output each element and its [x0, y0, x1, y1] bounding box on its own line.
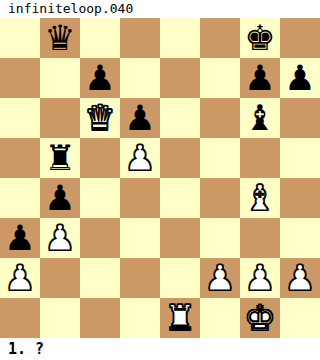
square-g8[interactable]: ♚	[240, 18, 280, 58]
piece-black-pawn-b4[interactable]: ♟	[44, 178, 75, 218]
square-c6[interactable]: ♛	[80, 98, 120, 138]
piece-white-pawn-a2[interactable]: ♟	[4, 258, 35, 298]
square-e7[interactable]	[160, 58, 200, 98]
piece-black-pawn-d6[interactable]: ♟	[124, 98, 155, 138]
square-d8[interactable]	[120, 18, 160, 58]
square-e1[interactable]: ♜	[160, 298, 200, 338]
square-d3[interactable]	[120, 218, 160, 258]
piece-black-queen-b8[interactable]: ♛	[44, 18, 75, 58]
square-c4[interactable]	[80, 178, 120, 218]
square-h5[interactable]	[280, 138, 320, 178]
square-a7[interactable]	[0, 58, 40, 98]
square-f2[interactable]: ♟	[200, 258, 240, 298]
piece-black-pawn-c7[interactable]: ♟	[84, 58, 115, 98]
square-e3[interactable]	[160, 218, 200, 258]
square-a2[interactable]: ♟	[0, 258, 40, 298]
piece-white-queen-c6[interactable]: ♛	[84, 98, 115, 138]
piece-black-pawn-h7[interactable]: ♟	[284, 58, 315, 98]
chess-board: ♛♚♟♟♟♛♟♝♜♟♟♝♟♟♟♟♟♟♜♚	[0, 18, 320, 338]
square-b5[interactable]: ♜	[40, 138, 80, 178]
square-h7[interactable]: ♟	[280, 58, 320, 98]
square-b2[interactable]	[40, 258, 80, 298]
square-d1[interactable]	[120, 298, 160, 338]
square-g3[interactable]	[240, 218, 280, 258]
piece-black-pawn-g7[interactable]: ♟	[244, 58, 275, 98]
square-h3[interactable]	[280, 218, 320, 258]
square-a1[interactable]	[0, 298, 40, 338]
square-g1[interactable]: ♚	[240, 298, 280, 338]
square-d4[interactable]	[120, 178, 160, 218]
square-g7[interactable]: ♟	[240, 58, 280, 98]
square-e8[interactable]	[160, 18, 200, 58]
square-a4[interactable]	[0, 178, 40, 218]
piece-black-rook-b5[interactable]: ♜	[44, 138, 75, 178]
piece-black-pawn-a3[interactable]: ♟	[4, 218, 35, 258]
square-c2[interactable]	[80, 258, 120, 298]
square-b1[interactable]	[40, 298, 80, 338]
square-c1[interactable]	[80, 298, 120, 338]
piece-white-pawn-g2[interactable]: ♟	[244, 258, 275, 298]
square-h4[interactable]	[280, 178, 320, 218]
square-c5[interactable]	[80, 138, 120, 178]
square-e6[interactable]	[160, 98, 200, 138]
square-a3[interactable]: ♟	[0, 218, 40, 258]
square-a8[interactable]	[0, 18, 40, 58]
square-b8[interactable]: ♛	[40, 18, 80, 58]
piece-white-rook-e1[interactable]: ♜	[164, 298, 195, 338]
square-c7[interactable]: ♟	[80, 58, 120, 98]
piece-white-pawn-d5[interactable]: ♟	[124, 138, 155, 178]
square-c8[interactable]	[80, 18, 120, 58]
piece-white-bishop-g4[interactable]: ♝	[244, 178, 275, 218]
piece-white-pawn-b3[interactable]: ♟	[44, 218, 75, 258]
square-e4[interactable]	[160, 178, 200, 218]
square-f7[interactable]	[200, 58, 240, 98]
square-b6[interactable]	[40, 98, 80, 138]
move-prompt: 1. ?	[0, 338, 320, 360]
square-d2[interactable]	[120, 258, 160, 298]
square-b4[interactable]: ♟	[40, 178, 80, 218]
square-b7[interactable]	[40, 58, 80, 98]
square-b3[interactable]: ♟	[40, 218, 80, 258]
square-g4[interactable]: ♝	[240, 178, 280, 218]
piece-white-pawn-f2[interactable]: ♟	[204, 258, 235, 298]
square-h6[interactable]	[280, 98, 320, 138]
square-a5[interactable]	[0, 138, 40, 178]
square-f5[interactable]	[200, 138, 240, 178]
square-h2[interactable]: ♟	[280, 258, 320, 298]
piece-white-king-g1[interactable]: ♚	[244, 298, 275, 338]
square-a6[interactable]	[0, 98, 40, 138]
square-c3[interactable]	[80, 218, 120, 258]
square-d6[interactable]: ♟	[120, 98, 160, 138]
square-f8[interactable]	[200, 18, 240, 58]
piece-white-pawn-h2[interactable]: ♟	[284, 258, 315, 298]
square-f3[interactable]	[200, 218, 240, 258]
window-title: infiniteloop.040	[0, 0, 320, 18]
square-d7[interactable]	[120, 58, 160, 98]
square-e5[interactable]	[160, 138, 200, 178]
piece-black-bishop-g6[interactable]: ♝	[244, 98, 275, 138]
square-g6[interactable]: ♝	[240, 98, 280, 138]
square-f1[interactable]	[200, 298, 240, 338]
piece-black-king-g8[interactable]: ♚	[244, 18, 275, 58]
square-h8[interactable]	[280, 18, 320, 58]
square-g2[interactable]: ♟	[240, 258, 280, 298]
square-f4[interactable]	[200, 178, 240, 218]
square-d5[interactable]: ♟	[120, 138, 160, 178]
square-g5[interactable]	[240, 138, 280, 178]
square-h1[interactable]	[280, 298, 320, 338]
square-f6[interactable]	[200, 98, 240, 138]
square-e2[interactable]	[160, 258, 200, 298]
